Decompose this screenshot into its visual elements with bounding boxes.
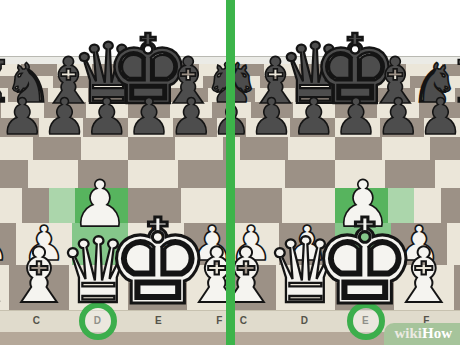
chess-setup-illustration: CDEF♜♞♝♛♚♝♞♟♟♟♟♟♟♟♟♟♟♟♟♞♝♛♚♝ CDEF♞♝♛♚♝♞♜… (0, 0, 460, 345)
right-board-panel: CDEF♞♝♛♚♝♞♜♟♟♟♟♟♟♟♟♟♟♝♛♚♝ (235, 0, 460, 345)
panel-divider (226, 0, 235, 345)
square-f4 (178, 160, 226, 188)
watermark-how: How (422, 325, 452, 341)
left-board-panel: CDEF♜♞♝♛♚♝♞♟♟♟♟♟♟♟♟♟♟♟♟♞♝♛♚♝ (0, 0, 226, 345)
piece-white-b-f1: ♝ (382, 238, 460, 314)
square-g4 (435, 160, 460, 188)
square-e4 (128, 160, 178, 188)
square-c4 (235, 160, 285, 188)
board-front-apron (0, 332, 226, 345)
piece-black-p-g7: ♟ (206, 92, 226, 142)
wikihow-watermark: wikiHow (384, 323, 460, 345)
piece-black-p-g7: ♟ (413, 92, 460, 142)
square-b4 (0, 160, 28, 188)
watermark-wiki: wiki (394, 325, 422, 341)
piece-white-b-f1: ♝ (175, 238, 226, 314)
